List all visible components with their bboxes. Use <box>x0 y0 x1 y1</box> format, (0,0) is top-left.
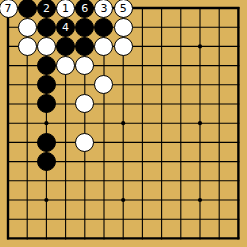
intersection[interactable] <box>56 229 75 247</box>
intersection[interactable] <box>229 171 247 190</box>
intersection[interactable] <box>56 75 75 94</box>
intersection[interactable] <box>171 133 190 152</box>
intersection[interactable] <box>37 37 56 56</box>
intersection[interactable] <box>229 190 247 209</box>
black-stone: 6 <box>75 0 94 18</box>
intersection[interactable] <box>152 94 171 113</box>
intersection[interactable] <box>94 75 113 94</box>
black-stone <box>37 94 56 113</box>
intersection[interactable] <box>75 133 94 152</box>
go-diagram: { "game": "go", "board_size": 13, "board… <box>0 0 247 247</box>
intersection[interactable] <box>190 190 209 209</box>
intersection[interactable] <box>75 190 94 209</box>
intersection[interactable] <box>229 152 247 171</box>
white-stone <box>56 56 75 75</box>
intersection[interactable] <box>114 152 133 171</box>
intersection[interactable] <box>37 190 56 209</box>
intersection[interactable] <box>133 152 152 171</box>
white-stone <box>94 37 113 56</box>
intersection[interactable] <box>209 37 228 56</box>
intersection[interactable] <box>0 56 18 75</box>
white-stone <box>75 94 94 113</box>
intersection[interactable] <box>209 152 228 171</box>
intersection[interactable] <box>209 209 228 228</box>
black-stone <box>37 56 56 75</box>
intersection[interactable] <box>171 229 190 247</box>
black-stone <box>37 75 56 94</box>
white-stone <box>75 133 94 152</box>
intersection[interactable] <box>18 152 37 171</box>
intersection[interactable] <box>37 152 56 171</box>
intersection[interactable] <box>94 37 113 56</box>
intersection[interactable] <box>229 18 247 37</box>
intersection[interactable] <box>209 56 228 75</box>
intersection[interactable] <box>190 37 209 56</box>
intersection[interactable] <box>190 209 209 228</box>
intersection[interactable] <box>18 94 37 113</box>
intersection[interactable] <box>94 209 113 228</box>
white-stone: 3 <box>94 0 113 18</box>
intersection[interactable] <box>114 37 133 56</box>
black-stone <box>75 18 94 37</box>
intersection[interactable] <box>75 75 94 94</box>
black-stone: 2 <box>37 0 56 18</box>
intersection[interactable] <box>152 114 171 133</box>
intersection[interactable] <box>94 152 113 171</box>
intersection[interactable] <box>190 229 209 247</box>
intersection[interactable] <box>229 209 247 228</box>
intersection[interactable] <box>37 18 56 37</box>
intersection[interactable] <box>37 133 56 152</box>
white-stone <box>114 37 133 56</box>
white-stone <box>37 37 56 56</box>
black-stone <box>75 37 94 56</box>
intersection[interactable] <box>114 94 133 113</box>
intersection[interactable] <box>94 56 113 75</box>
intersection[interactable] <box>0 133 18 152</box>
intersection[interactable] <box>56 152 75 171</box>
intersection[interactable] <box>171 209 190 228</box>
intersection[interactable] <box>171 152 190 171</box>
intersection[interactable] <box>171 114 190 133</box>
intersection[interactable] <box>37 94 56 113</box>
intersection[interactable] <box>152 133 171 152</box>
intersection[interactable]: 3 <box>94 0 113 18</box>
intersection[interactable] <box>171 94 190 113</box>
intersection[interactable] <box>75 114 94 133</box>
intersection[interactable] <box>75 152 94 171</box>
intersection[interactable] <box>133 114 152 133</box>
intersection[interactable] <box>75 229 94 247</box>
move-number: 5 <box>120 3 127 14</box>
intersection[interactable] <box>0 190 18 209</box>
intersection[interactable] <box>94 229 113 247</box>
intersection[interactable] <box>171 171 190 190</box>
move-number: 6 <box>81 3 88 14</box>
intersection[interactable] <box>133 190 152 209</box>
intersection[interactable] <box>152 56 171 75</box>
intersection[interactable] <box>152 171 171 190</box>
intersection[interactable] <box>0 229 18 247</box>
intersection[interactable] <box>152 0 171 18</box>
intersection[interactable] <box>75 171 94 190</box>
intersection[interactable] <box>37 171 56 190</box>
intersection[interactable] <box>114 18 133 37</box>
intersection[interactable] <box>209 75 228 94</box>
intersection[interactable] <box>171 190 190 209</box>
black-stone <box>37 152 56 171</box>
intersection[interactable] <box>209 0 228 18</box>
intersection[interactable] <box>18 0 37 18</box>
intersection[interactable] <box>152 75 171 94</box>
intersection[interactable] <box>94 94 113 113</box>
intersection[interactable] <box>209 229 228 247</box>
intersection[interactable] <box>209 133 228 152</box>
move-number: 4 <box>62 22 69 33</box>
intersection[interactable] <box>152 209 171 228</box>
intersection[interactable] <box>171 0 190 18</box>
intersection[interactable] <box>114 114 133 133</box>
intersection[interactable] <box>133 133 152 152</box>
intersection[interactable]: 7 <box>0 0 18 18</box>
intersection[interactable] <box>37 209 56 228</box>
intersection[interactable] <box>133 18 152 37</box>
intersection[interactable] <box>18 171 37 190</box>
intersection[interactable] <box>75 209 94 228</box>
intersection[interactable] <box>56 171 75 190</box>
intersection[interactable] <box>133 171 152 190</box>
intersection[interactable] <box>190 0 209 18</box>
intersection[interactable] <box>133 56 152 75</box>
intersection[interactable] <box>37 75 56 94</box>
intersection[interactable] <box>114 229 133 247</box>
intersection[interactable] <box>133 229 152 247</box>
intersection[interactable] <box>229 37 247 56</box>
black-stone <box>37 18 56 37</box>
intersection[interactable] <box>18 56 37 75</box>
intersection[interactable] <box>133 37 152 56</box>
intersection[interactable] <box>190 133 209 152</box>
intersection[interactable]: 1 <box>56 0 75 18</box>
intersection[interactable] <box>229 0 247 18</box>
intersection[interactable] <box>114 171 133 190</box>
intersection[interactable] <box>0 152 18 171</box>
white-stone <box>114 18 133 37</box>
intersection[interactable] <box>94 18 113 37</box>
intersection[interactable]: 4 <box>56 18 75 37</box>
intersection[interactable] <box>133 209 152 228</box>
intersection[interactable] <box>0 18 18 37</box>
white-stone: 7 <box>0 0 18 18</box>
intersection[interactable] <box>229 94 247 113</box>
intersection[interactable] <box>75 18 94 37</box>
intersection[interactable] <box>152 152 171 171</box>
move-number: 7 <box>5 3 12 14</box>
intersection[interactable] <box>171 56 190 75</box>
white-stone <box>18 37 37 56</box>
white-stone <box>18 18 37 37</box>
intersection[interactable] <box>75 37 94 56</box>
white-stone <box>75 56 94 75</box>
intersection[interactable] <box>114 190 133 209</box>
intersection[interactable]: 2 <box>37 0 56 18</box>
intersection[interactable] <box>56 94 75 113</box>
intersection[interactable] <box>37 229 56 247</box>
go-board: 7216354 <box>0 0 247 247</box>
move-number: 1 <box>62 3 69 14</box>
intersection[interactable] <box>133 94 152 113</box>
white-stone: 1 <box>56 0 75 18</box>
intersection[interactable] <box>190 152 209 171</box>
intersection[interactable] <box>152 229 171 247</box>
black-stone <box>37 133 56 152</box>
intersection[interactable] <box>152 18 171 37</box>
intersection[interactable] <box>94 171 113 190</box>
intersection[interactable] <box>114 133 133 152</box>
intersection[interactable] <box>171 37 190 56</box>
intersection[interactable] <box>56 133 75 152</box>
intersection[interactable] <box>0 94 18 113</box>
intersection[interactable] <box>56 190 75 209</box>
intersection[interactable] <box>18 133 37 152</box>
intersection[interactable] <box>171 18 190 37</box>
intersection[interactable] <box>190 94 209 113</box>
intersection[interactable]: 5 <box>114 0 133 18</box>
intersection[interactable] <box>190 171 209 190</box>
intersection[interactable] <box>0 209 18 228</box>
intersection[interactable] <box>171 75 190 94</box>
intersection[interactable] <box>37 114 56 133</box>
intersection[interactable] <box>190 18 209 37</box>
intersection[interactable] <box>190 56 209 75</box>
board-grid: 7216354 <box>0 0 247 247</box>
intersection[interactable] <box>229 75 247 94</box>
intersection[interactable] <box>75 94 94 113</box>
move-number: 2 <box>43 3 50 14</box>
intersection[interactable] <box>18 229 37 247</box>
intersection[interactable] <box>152 190 171 209</box>
black-stone <box>18 0 37 18</box>
intersection[interactable] <box>75 56 94 75</box>
intersection[interactable] <box>114 75 133 94</box>
intersection[interactable] <box>209 190 228 209</box>
intersection[interactable] <box>18 114 37 133</box>
intersection[interactable] <box>0 37 18 56</box>
black-stone <box>56 37 75 56</box>
intersection[interactable] <box>18 190 37 209</box>
move-number: 3 <box>100 3 107 14</box>
intersection[interactable] <box>190 75 209 94</box>
intersection[interactable] <box>209 94 228 113</box>
intersection[interactable] <box>56 56 75 75</box>
intersection[interactable] <box>56 114 75 133</box>
white-stone <box>94 75 113 94</box>
intersection[interactable] <box>229 56 247 75</box>
intersection[interactable]: 6 <box>75 0 94 18</box>
intersection[interactable] <box>0 171 18 190</box>
black-stone <box>94 18 113 37</box>
intersection[interactable] <box>229 229 247 247</box>
white-stone: 5 <box>114 0 133 18</box>
intersection[interactable] <box>133 75 152 94</box>
intersection[interactable] <box>209 18 228 37</box>
intersection[interactable] <box>152 37 171 56</box>
intersection[interactable] <box>190 114 209 133</box>
intersection[interactable] <box>0 114 18 133</box>
intersection[interactable] <box>114 56 133 75</box>
intersection[interactable] <box>18 37 37 56</box>
intersection[interactable] <box>229 114 247 133</box>
intersection[interactable] <box>94 133 113 152</box>
intersection[interactable] <box>209 114 228 133</box>
intersection[interactable] <box>94 190 113 209</box>
intersection[interactable] <box>37 56 56 75</box>
intersection[interactable] <box>0 75 18 94</box>
intersection[interactable] <box>56 209 75 228</box>
intersection[interactable] <box>114 209 133 228</box>
intersection[interactable] <box>133 0 152 18</box>
black-stone: 4 <box>56 18 75 37</box>
intersection[interactable] <box>18 75 37 94</box>
intersection[interactable] <box>56 37 75 56</box>
intersection[interactable] <box>229 133 247 152</box>
intersection[interactable] <box>18 209 37 228</box>
intersection[interactable] <box>18 18 37 37</box>
intersection[interactable] <box>209 171 228 190</box>
intersection[interactable] <box>94 114 113 133</box>
